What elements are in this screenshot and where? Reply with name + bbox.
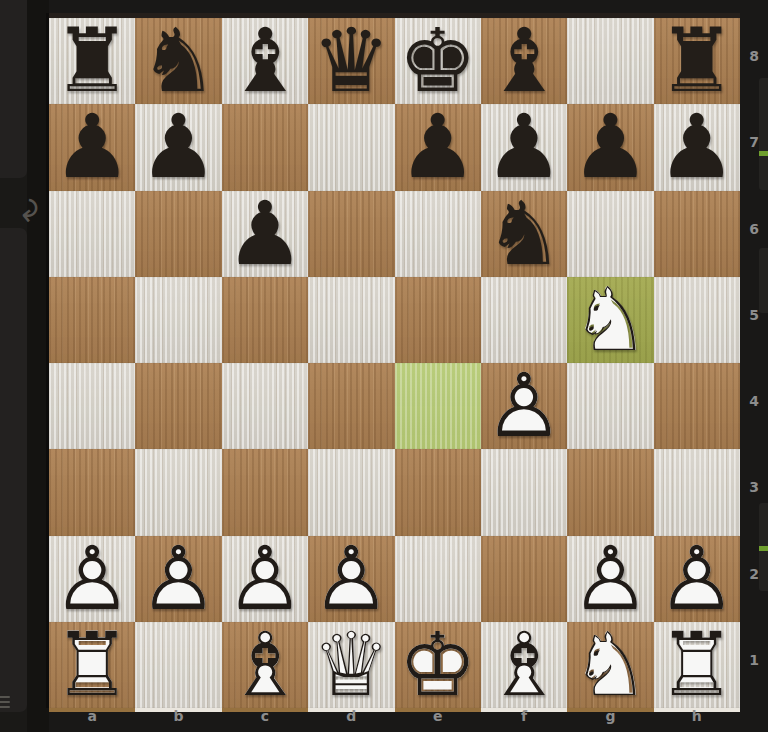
square-g4[interactable] — [567, 363, 653, 449]
black-queen[interactable]: ♛ — [308, 18, 394, 104]
square-f8[interactable]: ♝ — [481, 18, 567, 104]
square-f6[interactable]: ♞ — [481, 191, 567, 277]
square-h6[interactable] — [654, 191, 740, 277]
file-label-e: e — [395, 705, 481, 729]
square-a6[interactable] — [49, 191, 135, 277]
square-a2[interactable]: ♟♙ — [49, 536, 135, 622]
file-label-b: b — [135, 705, 221, 729]
square-a8[interactable]: ♜ — [49, 18, 135, 104]
rank-label-5: 5 — [740, 272, 768, 358]
square-b1[interactable] — [135, 622, 221, 708]
black-pawn[interactable]: ♟ — [567, 104, 653, 190]
rank-label-4: 4 — [740, 358, 768, 444]
square-e3[interactable] — [395, 449, 481, 535]
square-f4[interactable]: ♟♙ — [481, 363, 567, 449]
square-g3[interactable] — [567, 449, 653, 535]
square-b4[interactable] — [135, 363, 221, 449]
black-pawn[interactable]: ♟ — [654, 104, 740, 190]
left-panel-top — [0, 0, 27, 178]
square-c8[interactable]: ♝ — [222, 18, 308, 104]
square-c4[interactable] — [222, 363, 308, 449]
black-rook[interactable]: ♜ — [654, 18, 740, 104]
square-e7[interactable]: ♟ — [395, 104, 481, 190]
square-h5[interactable] — [654, 277, 740, 363]
square-e2[interactable] — [395, 536, 481, 622]
square-d8[interactable]: ♛ — [308, 18, 394, 104]
square-e1[interactable]: ♚♔ — [395, 622, 481, 708]
square-a1[interactable]: ♜♖ — [49, 622, 135, 708]
square-e5[interactable] — [395, 277, 481, 363]
white-knight[interactable]: ♞♘ — [567, 622, 653, 708]
black-knight[interactable]: ♞ — [481, 191, 567, 277]
square-b5[interactable] — [135, 277, 221, 363]
file-label-g: g — [567, 705, 653, 729]
square-f5[interactable] — [481, 277, 567, 363]
white-pawn[interactable]: ♟♙ — [654, 536, 740, 622]
square-c5[interactable] — [222, 277, 308, 363]
file-label-d: d — [308, 705, 394, 729]
white-bishop[interactable]: ♝♗ — [481, 622, 567, 708]
white-pawn[interactable]: ♟♙ — [481, 363, 567, 449]
black-pawn[interactable]: ♟ — [135, 104, 221, 190]
rank-label-6: 6 — [740, 186, 768, 272]
white-king[interactable]: ♚♔ — [395, 622, 481, 708]
rotate-arrow-icon[interactable]: ↷ — [6, 189, 45, 232]
square-e4[interactable] — [395, 363, 481, 449]
white-rook[interactable]: ♜♖ — [49, 622, 135, 708]
file-label-h: h — [654, 705, 740, 729]
board-gutter — [27, 0, 49, 732]
square-g7[interactable]: ♟ — [567, 104, 653, 190]
rank-label-3: 3 — [740, 444, 768, 530]
square-h2[interactable]: ♟♙ — [654, 536, 740, 622]
square-g5[interactable]: ♞♘ — [567, 277, 653, 363]
square-d2[interactable]: ♟♙ — [308, 536, 394, 622]
app-screen: ↷ ♜♞♝♛♚♝♜♟♟♟♟♟♟♟♞♞♘♟♙♟♙♟♙♟♙♟♙♟♙♟♙♜♖♝♗♛♕♚… — [0, 0, 768, 732]
square-g1[interactable]: ♞♘ — [567, 622, 653, 708]
white-pawn[interactable]: ♟♙ — [135, 536, 221, 622]
square-g8[interactable] — [567, 18, 653, 104]
square-f1[interactable]: ♝♗ — [481, 622, 567, 708]
file-label-f: f — [481, 705, 567, 729]
black-bishop[interactable]: ♝ — [222, 18, 308, 104]
square-d7[interactable] — [308, 104, 394, 190]
square-d6[interactable] — [308, 191, 394, 277]
white-bishop[interactable]: ♝♗ — [222, 622, 308, 708]
file-label-c: c — [222, 705, 308, 729]
black-pawn[interactable]: ♟ — [222, 191, 308, 277]
rank-labels: 87654321 — [740, 13, 768, 703]
black-knight[interactable]: ♞ — [135, 18, 221, 104]
square-f7[interactable]: ♟ — [481, 104, 567, 190]
square-d5[interactable] — [308, 277, 394, 363]
square-b8[interactable]: ♞ — [135, 18, 221, 104]
square-g2[interactable]: ♟♙ — [567, 536, 653, 622]
square-h7[interactable]: ♟ — [654, 104, 740, 190]
file-label-a: a — [49, 705, 135, 729]
chess-board[interactable]: ♜♞♝♛♚♝♜♟♟♟♟♟♟♟♞♞♘♟♙♟♙♟♙♟♙♟♙♟♙♟♙♜♖♝♗♛♕♚♔♝… — [49, 13, 740, 708]
square-h3[interactable] — [654, 449, 740, 535]
square-a5[interactable] — [49, 277, 135, 363]
square-e8[interactable]: ♚ — [395, 18, 481, 104]
square-h1[interactable]: ♜♖ — [654, 622, 740, 708]
square-d1[interactable]: ♛♕ — [308, 622, 394, 708]
white-knight[interactable]: ♞♘ — [567, 277, 653, 363]
square-c3[interactable] — [222, 449, 308, 535]
square-c2[interactable]: ♟♙ — [222, 536, 308, 622]
square-a3[interactable] — [49, 449, 135, 535]
square-e6[interactable] — [395, 191, 481, 277]
square-g6[interactable] — [567, 191, 653, 277]
square-f2[interactable] — [481, 536, 567, 622]
square-a7[interactable]: ♟ — [49, 104, 135, 190]
square-h8[interactable]: ♜ — [654, 18, 740, 104]
square-a4[interactable] — [49, 363, 135, 449]
white-rook[interactable]: ♜♖ — [654, 622, 740, 708]
black-pawn[interactable]: ♟ — [481, 104, 567, 190]
rank-label-2: 2 — [740, 531, 768, 617]
square-d3[interactable] — [308, 449, 394, 535]
white-pawn[interactable]: ♟♙ — [308, 536, 394, 622]
square-c6[interactable]: ♟ — [222, 191, 308, 277]
move-list-icon[interactable] — [0, 696, 13, 712]
black-king[interactable]: ♚ — [395, 18, 481, 104]
square-f3[interactable] — [481, 449, 567, 535]
black-bishop[interactable]: ♝ — [481, 18, 567, 104]
rank-label-8: 8 — [740, 13, 768, 99]
square-b2[interactable]: ♟♙ — [135, 536, 221, 622]
white-pawn[interactable]: ♟♙ — [222, 536, 308, 622]
white-pawn[interactable]: ♟♙ — [567, 536, 653, 622]
square-b3[interactable] — [135, 449, 221, 535]
square-c1[interactable]: ♝♗ — [222, 622, 308, 708]
square-d4[interactable] — [308, 363, 394, 449]
black-rook[interactable]: ♜ — [49, 18, 135, 104]
black-pawn[interactable]: ♟ — [395, 104, 481, 190]
left-sidebar — [0, 0, 27, 732]
left-panel-bottom — [0, 228, 27, 712]
white-queen[interactable]: ♛♕ — [308, 622, 394, 708]
rank-label-7: 7 — [740, 99, 768, 185]
square-h4[interactable] — [654, 363, 740, 449]
square-b7[interactable]: ♟ — [135, 104, 221, 190]
rank-label-1: 1 — [740, 617, 768, 703]
square-b6[interactable] — [135, 191, 221, 277]
white-pawn[interactable]: ♟♙ — [49, 536, 135, 622]
black-pawn[interactable]: ♟ — [49, 104, 135, 190]
square-c7[interactable] — [222, 104, 308, 190]
file-labels: abcdefgh — [49, 705, 740, 729]
